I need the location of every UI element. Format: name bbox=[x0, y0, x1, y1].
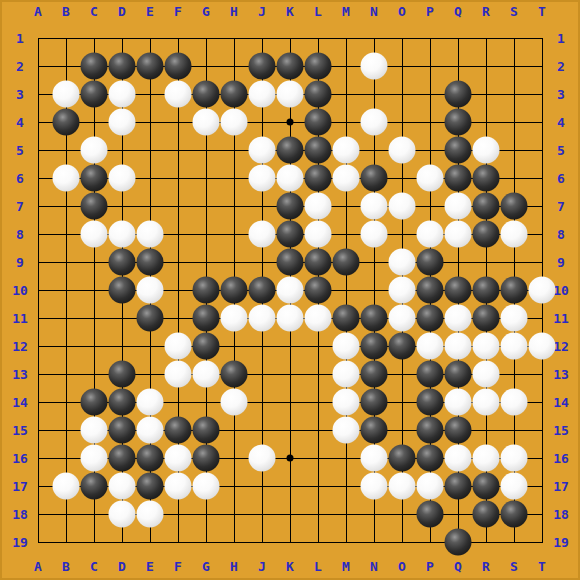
row-label: 11 bbox=[12, 311, 28, 326]
black-stone-E16[interactable] bbox=[137, 445, 164, 472]
col-label: A bbox=[34, 559, 42, 574]
row-label: 15 bbox=[553, 423, 569, 438]
row-label: 18 bbox=[553, 507, 569, 522]
black-stone-K7[interactable] bbox=[277, 193, 304, 220]
white-stone-J8[interactable] bbox=[249, 221, 276, 248]
white-stone-Q16[interactable] bbox=[445, 445, 472, 472]
black-stone-R6[interactable] bbox=[473, 165, 500, 192]
col-label: R bbox=[482, 4, 490, 19]
black-stone-E11[interactable] bbox=[137, 305, 164, 332]
white-stone-C8[interactable] bbox=[81, 221, 108, 248]
col-label: T bbox=[538, 4, 546, 19]
col-label: B bbox=[62, 4, 70, 19]
row-label: 10 bbox=[553, 283, 569, 298]
row-label: 12 bbox=[12, 339, 28, 354]
col-label: L bbox=[314, 559, 322, 574]
black-stone-G3[interactable] bbox=[193, 81, 220, 108]
black-stone-L5[interactable] bbox=[305, 137, 332, 164]
white-stone-F3[interactable] bbox=[165, 81, 192, 108]
white-stone-B6[interactable] bbox=[53, 165, 80, 192]
black-stone-C17[interactable] bbox=[81, 473, 108, 500]
black-stone-D15[interactable] bbox=[109, 417, 136, 444]
col-label: E bbox=[146, 559, 154, 574]
black-stone-H13[interactable] bbox=[221, 361, 248, 388]
white-stone-N7[interactable] bbox=[361, 193, 388, 220]
black-stone-Q19[interactable] bbox=[445, 529, 472, 556]
row-label: 4 bbox=[16, 115, 24, 130]
white-stone-D3[interactable] bbox=[109, 81, 136, 108]
black-stone-B4[interactable] bbox=[53, 109, 80, 136]
white-stone-C16[interactable] bbox=[81, 445, 108, 472]
black-stone-Q3[interactable] bbox=[445, 81, 472, 108]
col-label: G bbox=[202, 4, 210, 19]
black-stone-C3[interactable] bbox=[81, 81, 108, 108]
row-label: 3 bbox=[16, 87, 24, 102]
col-label: M bbox=[342, 559, 350, 574]
black-stone-P14[interactable] bbox=[417, 389, 444, 416]
white-stone-Q14[interactable] bbox=[445, 389, 472, 416]
white-stone-L8[interactable] bbox=[305, 221, 332, 248]
black-stone-R10[interactable] bbox=[473, 277, 500, 304]
black-stone-L4[interactable] bbox=[305, 109, 332, 136]
black-stone-Q4[interactable] bbox=[445, 109, 472, 136]
black-stone-G16[interactable] bbox=[193, 445, 220, 472]
black-stone-S10[interactable] bbox=[501, 277, 528, 304]
white-stone-S11[interactable] bbox=[501, 305, 528, 332]
black-stone-H10[interactable] bbox=[221, 277, 248, 304]
black-stone-D13[interactable] bbox=[109, 361, 136, 388]
row-label: 17 bbox=[12, 479, 28, 494]
row-label: 19 bbox=[553, 535, 569, 550]
white-stone-J11[interactable] bbox=[249, 305, 276, 332]
white-stone-K3[interactable] bbox=[277, 81, 304, 108]
black-stone-N15[interactable] bbox=[361, 417, 388, 444]
white-stone-E18[interactable] bbox=[137, 501, 164, 528]
white-stone-T10[interactable] bbox=[529, 277, 556, 304]
black-stone-O12[interactable] bbox=[389, 333, 416, 360]
black-stone-S18[interactable] bbox=[501, 501, 528, 528]
white-stone-S8[interactable] bbox=[501, 221, 528, 248]
black-stone-D14[interactable] bbox=[109, 389, 136, 416]
black-stone-C6[interactable] bbox=[81, 165, 108, 192]
row-label: 17 bbox=[553, 479, 569, 494]
white-stone-D6[interactable] bbox=[109, 165, 136, 192]
white-stone-O17[interactable] bbox=[389, 473, 416, 500]
white-stone-Q7[interactable] bbox=[445, 193, 472, 220]
black-stone-Q10[interactable] bbox=[445, 277, 472, 304]
black-stone-L10[interactable] bbox=[305, 277, 332, 304]
black-stone-P16[interactable] bbox=[417, 445, 444, 472]
white-stone-D18[interactable] bbox=[109, 501, 136, 528]
black-stone-R18[interactable] bbox=[473, 501, 500, 528]
col-label: G bbox=[202, 559, 210, 574]
black-stone-F2[interactable] bbox=[165, 53, 192, 80]
white-stone-O9[interactable] bbox=[389, 249, 416, 276]
black-stone-P15[interactable] bbox=[417, 417, 444, 444]
col-label: F bbox=[174, 4, 182, 19]
white-stone-L7[interactable] bbox=[305, 193, 332, 220]
black-stone-P9[interactable] bbox=[417, 249, 444, 276]
white-stone-D4[interactable] bbox=[109, 109, 136, 136]
col-label: T bbox=[538, 559, 546, 574]
white-stone-D17[interactable] bbox=[109, 473, 136, 500]
white-stone-Q11[interactable] bbox=[445, 305, 472, 332]
col-label: M bbox=[342, 4, 350, 19]
black-stone-E17[interactable] bbox=[137, 473, 164, 500]
col-label: J bbox=[258, 559, 266, 574]
col-label: K bbox=[286, 559, 294, 574]
col-label: C bbox=[90, 559, 98, 574]
col-label: E bbox=[146, 4, 154, 19]
row-label: 13 bbox=[12, 367, 28, 382]
row-label: 2 bbox=[16, 59, 24, 74]
white-stone-K6[interactable] bbox=[277, 165, 304, 192]
black-stone-K2[interactable] bbox=[277, 53, 304, 80]
row-label: 11 bbox=[553, 311, 569, 326]
white-stone-O7[interactable] bbox=[389, 193, 416, 220]
black-stone-P11[interactable] bbox=[417, 305, 444, 332]
row-label: 19 bbox=[12, 535, 28, 550]
black-stone-M9[interactable] bbox=[333, 249, 360, 276]
black-stone-G11[interactable] bbox=[193, 305, 220, 332]
white-stone-G17[interactable] bbox=[193, 473, 220, 500]
black-stone-C14[interactable] bbox=[81, 389, 108, 416]
white-stone-F17[interactable] bbox=[165, 473, 192, 500]
black-stone-Q5[interactable] bbox=[445, 137, 472, 164]
white-stone-M13[interactable] bbox=[333, 361, 360, 388]
row-label: 5 bbox=[557, 143, 565, 158]
black-stone-C2[interactable] bbox=[81, 53, 108, 80]
white-stone-S17[interactable] bbox=[501, 473, 528, 500]
row-label: 7 bbox=[16, 199, 24, 214]
black-stone-D16[interactable] bbox=[109, 445, 136, 472]
black-stone-S7[interactable] bbox=[501, 193, 528, 220]
white-stone-C15[interactable] bbox=[81, 417, 108, 444]
white-stone-P17[interactable] bbox=[417, 473, 444, 500]
row-label: 5 bbox=[16, 143, 24, 158]
col-label: P bbox=[426, 559, 434, 574]
row-label: 14 bbox=[553, 395, 569, 410]
row-label: 9 bbox=[16, 255, 24, 270]
row-label: 9 bbox=[557, 255, 565, 270]
black-stone-G15[interactable] bbox=[193, 417, 220, 444]
black-stone-G12[interactable] bbox=[193, 333, 220, 360]
white-stone-S14[interactable] bbox=[501, 389, 528, 416]
white-stone-P12[interactable] bbox=[417, 333, 444, 360]
black-stone-E9[interactable] bbox=[137, 249, 164, 276]
black-stone-F15[interactable] bbox=[165, 417, 192, 444]
row-label: 7 bbox=[557, 199, 565, 214]
white-stone-J16[interactable] bbox=[249, 445, 276, 472]
black-stone-K5[interactable] bbox=[277, 137, 304, 164]
col-label: L bbox=[314, 4, 322, 19]
col-label: O bbox=[398, 559, 406, 574]
star-point bbox=[287, 455, 294, 462]
black-stone-J2[interactable] bbox=[249, 53, 276, 80]
white-stone-M14[interactable] bbox=[333, 389, 360, 416]
black-stone-O16[interactable] bbox=[389, 445, 416, 472]
black-stone-R7[interactable] bbox=[473, 193, 500, 220]
black-stone-P18[interactable] bbox=[417, 501, 444, 528]
black-stone-Q13[interactable] bbox=[445, 361, 472, 388]
black-stone-L6[interactable] bbox=[305, 165, 332, 192]
white-stone-R12[interactable] bbox=[473, 333, 500, 360]
col-label: A bbox=[34, 4, 42, 19]
row-label: 1 bbox=[557, 31, 565, 46]
black-stone-G10[interactable] bbox=[193, 277, 220, 304]
white-stone-F12[interactable] bbox=[165, 333, 192, 360]
black-stone-K9[interactable] bbox=[277, 249, 304, 276]
black-stone-R11[interactable] bbox=[473, 305, 500, 332]
row-label: 13 bbox=[553, 367, 569, 382]
white-stone-Q8[interactable] bbox=[445, 221, 472, 248]
go-board-screenshot: ABCDEFGHJKLMNOPQRST ABCDEFGHJKLMNOPQRST … bbox=[0, 0, 580, 580]
col-label: C bbox=[90, 4, 98, 19]
row-label: 14 bbox=[12, 395, 28, 410]
white-stone-H4[interactable] bbox=[221, 109, 248, 136]
white-stone-M6[interactable] bbox=[333, 165, 360, 192]
white-stone-N16[interactable] bbox=[361, 445, 388, 472]
row-label: 12 bbox=[553, 339, 569, 354]
black-stone-D2[interactable] bbox=[109, 53, 136, 80]
white-stone-K10[interactable] bbox=[277, 277, 304, 304]
star-point bbox=[287, 119, 294, 126]
white-stone-B3[interactable] bbox=[53, 81, 80, 108]
col-label: R bbox=[482, 559, 490, 574]
white-stone-T12[interactable] bbox=[529, 333, 556, 360]
black-stone-K8[interactable] bbox=[277, 221, 304, 248]
white-stone-M12[interactable] bbox=[333, 333, 360, 360]
white-stone-M5[interactable] bbox=[333, 137, 360, 164]
white-stone-E14[interactable] bbox=[137, 389, 164, 416]
black-stone-D10[interactable] bbox=[109, 277, 136, 304]
white-stone-O11[interactable] bbox=[389, 305, 416, 332]
row-label: 16 bbox=[553, 451, 569, 466]
black-stone-L3[interactable] bbox=[305, 81, 332, 108]
row-label: 16 bbox=[12, 451, 28, 466]
white-stone-J3[interactable] bbox=[249, 81, 276, 108]
col-label: B bbox=[62, 559, 70, 574]
col-label: J bbox=[258, 4, 266, 19]
white-stone-G4[interactable] bbox=[193, 109, 220, 136]
row-label: 15 bbox=[12, 423, 28, 438]
black-stone-Q15[interactable] bbox=[445, 417, 472, 444]
white-stone-N2[interactable] bbox=[361, 53, 388, 80]
col-label: N bbox=[370, 559, 378, 574]
white-stone-C5[interactable] bbox=[81, 137, 108, 164]
col-label: S bbox=[510, 4, 518, 19]
row-label: 10 bbox=[12, 283, 28, 298]
black-stone-R17[interactable] bbox=[473, 473, 500, 500]
row-label: 6 bbox=[16, 171, 24, 186]
white-stone-G13[interactable] bbox=[193, 361, 220, 388]
white-stone-S12[interactable] bbox=[501, 333, 528, 360]
col-label: H bbox=[230, 559, 238, 574]
white-stone-O5[interactable] bbox=[389, 137, 416, 164]
row-label: 3 bbox=[557, 87, 565, 102]
white-stone-N8[interactable] bbox=[361, 221, 388, 248]
white-stone-E15[interactable] bbox=[137, 417, 164, 444]
black-stone-P13[interactable] bbox=[417, 361, 444, 388]
white-stone-J5[interactable] bbox=[249, 137, 276, 164]
black-stone-Q6[interactable] bbox=[445, 165, 472, 192]
black-stone-R8[interactable] bbox=[473, 221, 500, 248]
black-stone-L9[interactable] bbox=[305, 249, 332, 276]
col-label: Q bbox=[454, 4, 462, 19]
black-stone-J10[interactable] bbox=[249, 277, 276, 304]
col-label: D bbox=[118, 559, 126, 574]
row-label: 4 bbox=[557, 115, 565, 130]
black-stone-N14[interactable] bbox=[361, 389, 388, 416]
row-label: 18 bbox=[12, 507, 28, 522]
col-label: N bbox=[370, 4, 378, 19]
col-label: Q bbox=[454, 559, 462, 574]
white-stone-Q12[interactable] bbox=[445, 333, 472, 360]
black-stone-L2[interactable] bbox=[305, 53, 332, 80]
black-stone-N12[interactable] bbox=[361, 333, 388, 360]
row-label: 1 bbox=[16, 31, 24, 46]
white-stone-R16[interactable] bbox=[473, 445, 500, 472]
col-label: D bbox=[118, 4, 126, 19]
black-stone-C7[interactable] bbox=[81, 193, 108, 220]
black-stone-M11[interactable] bbox=[333, 305, 360, 332]
white-stone-P8[interactable] bbox=[417, 221, 444, 248]
black-stone-E2[interactable] bbox=[137, 53, 164, 80]
row-label: 6 bbox=[557, 171, 565, 186]
black-stone-N11[interactable] bbox=[361, 305, 388, 332]
row-label: 2 bbox=[557, 59, 565, 74]
white-stone-M15[interactable] bbox=[333, 417, 360, 444]
black-stone-Q17[interactable] bbox=[445, 473, 472, 500]
row-label: 8 bbox=[557, 227, 565, 242]
white-stone-P6[interactable] bbox=[417, 165, 444, 192]
black-stone-N6[interactable] bbox=[361, 165, 388, 192]
white-stone-O10[interactable] bbox=[389, 277, 416, 304]
col-label: F bbox=[174, 559, 182, 574]
white-stone-H11[interactable] bbox=[221, 305, 248, 332]
white-stone-E10[interactable] bbox=[137, 277, 164, 304]
col-label: K bbox=[286, 4, 294, 19]
white-stone-R13[interactable] bbox=[473, 361, 500, 388]
white-stone-F13[interactable] bbox=[165, 361, 192, 388]
white-stone-L11[interactable] bbox=[305, 305, 332, 332]
white-stone-H14[interactable] bbox=[221, 389, 248, 416]
black-stone-P10[interactable] bbox=[417, 277, 444, 304]
white-stone-R14[interactable] bbox=[473, 389, 500, 416]
col-label: P bbox=[426, 4, 434, 19]
white-stone-R5[interactable] bbox=[473, 137, 500, 164]
black-stone-N13[interactable] bbox=[361, 361, 388, 388]
row-label: 8 bbox=[16, 227, 24, 242]
black-stone-H3[interactable] bbox=[221, 81, 248, 108]
white-stone-N4[interactable] bbox=[361, 109, 388, 136]
white-stone-B17[interactable] bbox=[53, 473, 80, 500]
col-label: O bbox=[398, 4, 406, 19]
white-stone-S16[interactable] bbox=[501, 445, 528, 472]
white-stone-K11[interactable] bbox=[277, 305, 304, 332]
col-label: H bbox=[230, 4, 238, 19]
black-stone-D9[interactable] bbox=[109, 249, 136, 276]
white-stone-E8[interactable] bbox=[137, 221, 164, 248]
white-stone-J6[interactable] bbox=[249, 165, 276, 192]
col-label: S bbox=[510, 559, 518, 574]
white-stone-N17[interactable] bbox=[361, 473, 388, 500]
white-stone-D8[interactable] bbox=[109, 221, 136, 248]
white-stone-F16[interactable] bbox=[165, 445, 192, 472]
